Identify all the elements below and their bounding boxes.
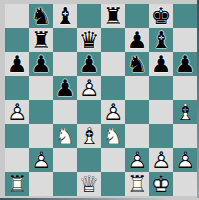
square-f6: ♞︎ — [125, 52, 149, 76]
square-g5 — [149, 76, 173, 100]
square-e2 — [101, 148, 125, 172]
square-a6: ♟︎ — [5, 52, 29, 76]
square-c5: ♟︎ — [53, 76, 77, 100]
square-f8 — [125, 4, 149, 28]
square-d8 — [77, 4, 101, 28]
square-d7: ♛︎ — [77, 28, 101, 52]
square-g1: ♚︎♔︎ — [149, 172, 173, 196]
square-g6: ♟︎ — [149, 52, 173, 76]
square-g8: ♚︎ — [149, 4, 173, 28]
square-g4 — [149, 100, 173, 124]
square-a5 — [5, 76, 29, 100]
white-pawn-piece: ♟︎♙︎ — [173, 148, 197, 172]
square-e4: ♟︎♙︎ — [101, 100, 125, 124]
square-f5 — [125, 76, 149, 100]
square-c8: ♝︎ — [53, 4, 77, 28]
square-d4 — [77, 100, 101, 124]
black-king-piece: ♚︎ — [149, 4, 173, 28]
black-pawn-piece: ♟︎ — [53, 76, 77, 100]
white-knight-piece: ♞︎♘︎ — [101, 124, 125, 148]
black-rook-piece: ♜︎ — [29, 28, 53, 52]
white-pawn-piece: ♟︎♙︎ — [149, 148, 173, 172]
square-h8 — [173, 4, 197, 28]
square-a1: ♜︎♖︎ — [5, 172, 29, 196]
square-h3 — [173, 124, 197, 148]
square-c4 — [53, 100, 77, 124]
square-g3 — [149, 124, 173, 148]
square-a8 — [5, 4, 29, 28]
white-pawn-piece: ♟︎♙︎ — [5, 100, 29, 124]
white-knight-piece: ♞︎♘︎ — [53, 124, 77, 148]
square-b2: ♟︎♙︎ — [29, 148, 53, 172]
square-g7: ♝︎ — [149, 28, 173, 52]
chess-board: ♞︎♝︎♜︎♚︎♜︎♛︎♟︎♝︎♟︎♟︎♟︎♞︎♟︎♟︎♟︎♟︎♙︎♟︎♙︎♟︎… — [5, 4, 197, 196]
black-pawn-piece: ♟︎ — [29, 52, 53, 76]
square-b3 — [29, 124, 53, 148]
square-h7 — [173, 28, 197, 52]
black-rook-piece: ♜︎ — [101, 4, 125, 28]
white-rook-piece: ♜︎♖︎ — [125, 172, 149, 196]
white-pawn-piece: ♟︎♙︎ — [77, 76, 101, 100]
black-pawn-piece: ♟︎ — [5, 52, 29, 76]
square-a2 — [5, 148, 29, 172]
square-a4: ♟︎♙︎ — [5, 100, 29, 124]
white-pawn-piece: ♟︎♙︎ — [125, 148, 149, 172]
square-c6 — [53, 52, 77, 76]
square-e3: ♞︎♘︎ — [101, 124, 125, 148]
square-f4 — [125, 100, 149, 124]
square-b5 — [29, 76, 53, 100]
square-e1 — [101, 172, 125, 196]
square-d2 — [77, 148, 101, 172]
black-knight-piece: ♞︎ — [29, 4, 53, 28]
square-b8: ♞︎ — [29, 4, 53, 28]
square-c2 — [53, 148, 77, 172]
square-d1: ♛︎♕︎ — [77, 172, 101, 196]
white-pawn-piece: ♟︎♙︎ — [29, 148, 53, 172]
square-e5 — [101, 76, 125, 100]
white-queen-piece: ♛︎♕︎ — [77, 172, 101, 196]
white-bishop-piece: ♝︎♗︎ — [77, 124, 101, 148]
square-c3: ♞︎♘︎ — [53, 124, 77, 148]
white-rook-piece: ♜︎♖︎ — [5, 172, 29, 196]
square-f1: ♜︎♖︎ — [125, 172, 149, 196]
square-h1 — [173, 172, 197, 196]
square-a7 — [5, 28, 29, 52]
square-f3 — [125, 124, 149, 148]
white-pawn-piece: ♟︎♙︎ — [101, 100, 125, 124]
frame-bottom-shadow — [0, 198, 199, 200]
square-f7: ♟︎ — [125, 28, 149, 52]
square-g2: ♟︎♙︎ — [149, 148, 173, 172]
diagram-frame: ♞︎♝︎♜︎♚︎♜︎♛︎♟︎♝︎♟︎♟︎♟︎♞︎♟︎♟︎♟︎♟︎♙︎♟︎♙︎♟︎… — [0, 0, 199, 200]
square-b7: ♜︎ — [29, 28, 53, 52]
black-pawn-piece: ♟︎ — [149, 52, 173, 76]
square-d3: ♝︎♗︎ — [77, 124, 101, 148]
white-king-piece: ♚︎♔︎ — [149, 172, 173, 196]
square-a3 — [5, 124, 29, 148]
square-h4: ♝︎♗︎ — [173, 100, 197, 124]
white-bishop-piece: ♝︎♗︎ — [173, 100, 197, 124]
black-bishop-piece: ♝︎ — [53, 4, 77, 28]
black-pawn-piece: ♟︎ — [173, 52, 197, 76]
square-h2: ♟︎♙︎ — [173, 148, 197, 172]
square-d5: ♟︎♙︎ — [77, 76, 101, 100]
square-d6: ♟︎ — [77, 52, 101, 76]
square-h5 — [173, 76, 197, 100]
square-f2: ♟︎♙︎ — [125, 148, 149, 172]
black-pawn-piece: ♟︎ — [125, 28, 149, 52]
square-c7 — [53, 28, 77, 52]
square-b4 — [29, 100, 53, 124]
square-h6: ♟︎ — [173, 52, 197, 76]
black-knight-piece: ♞︎ — [125, 52, 149, 76]
black-bishop-piece: ♝︎ — [149, 28, 173, 52]
square-b6: ♟︎ — [29, 52, 53, 76]
square-e6 — [101, 52, 125, 76]
square-e8: ♜︎ — [101, 4, 125, 28]
square-c1 — [53, 172, 77, 196]
black-queen-piece: ♛︎ — [77, 28, 101, 52]
frame-right-shadow — [197, 0, 199, 200]
black-pawn-piece: ♟︎ — [77, 52, 101, 76]
square-e7 — [101, 28, 125, 52]
square-b1 — [29, 172, 53, 196]
